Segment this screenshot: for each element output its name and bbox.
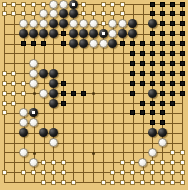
black-territory-marker	[150, 101, 155, 106]
black-territory-marker	[150, 2, 155, 7]
black-territory-marker	[71, 91, 76, 96]
black-territory-marker	[130, 71, 135, 76]
black-territory-marker	[170, 81, 175, 86]
black-territory-marker	[170, 101, 175, 106]
white-territory-marker	[130, 160, 135, 165]
go-board[interactable]	[0, 0, 188, 190]
white-stone	[89, 39, 98, 48]
black-territory-marker	[180, 2, 185, 7]
black-territory-marker	[150, 31, 155, 36]
white-territory-marker	[180, 170, 185, 175]
black-territory-marker	[140, 41, 145, 46]
black-territory-marker	[160, 120, 165, 125]
go-app-window	[0, 0, 188, 190]
white-territory-marker	[170, 150, 175, 155]
white-territory-marker	[150, 160, 155, 165]
white-stone	[99, 39, 108, 48]
black-territory-marker	[41, 41, 46, 46]
black-territory-marker	[160, 81, 165, 86]
black-stone	[49, 69, 58, 78]
black-territory-marker	[160, 110, 165, 115]
black-territory-marker	[170, 51, 175, 56]
white-territory-marker	[160, 170, 165, 175]
black-territory-marker	[180, 11, 185, 16]
black-territory-marker	[160, 41, 165, 46]
black-territory-marker	[130, 51, 135, 56]
black-territory-marker	[140, 61, 145, 66]
black-territory-marker	[150, 110, 155, 115]
black-territory-marker	[150, 41, 155, 46]
black-stone	[39, 69, 48, 78]
black-territory-marker	[170, 11, 175, 16]
white-stone	[59, 0, 68, 9]
black-territory-marker	[61, 91, 66, 96]
white-stone	[89, 19, 98, 28]
white-territory-marker	[21, 81, 26, 86]
black-stone	[89, 29, 98, 38]
white-territory-marker	[2, 71, 7, 76]
white-stone	[29, 69, 38, 78]
white-territory-marker	[120, 11, 125, 16]
dead-black-stone	[69, 0, 78, 9]
white-territory-marker	[71, 180, 76, 185]
black-territory-marker	[130, 110, 135, 115]
white-territory-marker	[120, 170, 125, 175]
white-territory-marker	[41, 2, 46, 7]
white-territory-marker	[110, 2, 115, 7]
white-territory-marker	[2, 81, 7, 86]
white-stone	[29, 79, 38, 88]
white-territory-marker	[21, 91, 26, 96]
black-territory-marker	[160, 11, 165, 16]
white-territory-marker	[120, 160, 125, 165]
black-territory-marker	[160, 21, 165, 26]
white-territory-marker	[101, 180, 106, 185]
black-territory-marker	[140, 51, 145, 56]
white-territory-marker	[180, 150, 185, 155]
white-territory-marker	[31, 170, 36, 175]
white-territory-marker	[61, 160, 66, 165]
black-territory-marker	[180, 81, 185, 86]
white-territory-marker	[180, 160, 185, 165]
white-territory-marker	[21, 11, 26, 16]
white-territory-marker	[31, 2, 36, 7]
white-territory-marker	[2, 101, 7, 106]
white-territory-marker	[170, 170, 175, 175]
black-territory-marker	[61, 101, 66, 106]
black-territory-marker	[160, 51, 165, 56]
black-stone	[148, 89, 157, 98]
white-territory-marker	[11, 101, 16, 106]
white-territory-marker	[110, 180, 115, 185]
white-territory-marker	[170, 180, 175, 185]
black-territory-marker	[150, 11, 155, 16]
white-territory-marker	[51, 180, 56, 185]
white-territory-marker	[2, 2, 7, 7]
black-territory-marker	[160, 91, 165, 96]
white-territory-marker	[41, 170, 46, 175]
white-territory-marker	[21, 170, 26, 175]
white-territory-marker	[2, 110, 7, 115]
black-territory-marker	[81, 91, 86, 96]
white-territory-marker	[120, 2, 125, 7]
black-territory-marker	[61, 41, 66, 46]
dead-stone-mark	[32, 111, 35, 114]
black-territory-marker	[180, 21, 185, 26]
white-territory-marker	[21, 2, 26, 7]
white-territory-marker	[110, 11, 115, 16]
black-stone	[69, 29, 78, 38]
black-territory-marker	[170, 71, 175, 76]
black-territory-marker	[180, 41, 185, 46]
black-territory-marker	[180, 51, 185, 56]
black-territory-marker	[120, 41, 125, 46]
white-territory-marker	[150, 180, 155, 185]
white-territory-marker	[160, 180, 165, 185]
dead-stone-mark	[102, 32, 105, 35]
white-territory-marker	[51, 170, 56, 175]
black-territory-marker	[170, 41, 175, 46]
white-territory-marker	[140, 170, 145, 175]
white-territory-marker	[110, 170, 115, 175]
white-territory-marker	[11, 81, 16, 86]
black-territory-marker	[180, 31, 185, 36]
black-stone	[49, 79, 58, 88]
black-stone	[79, 29, 88, 38]
black-territory-marker	[130, 61, 135, 66]
star-point	[92, 152, 95, 155]
white-territory-marker	[91, 11, 96, 16]
white-territory-marker	[81, 11, 86, 16]
white-stone	[49, 0, 58, 9]
black-territory-marker	[150, 120, 155, 125]
black-territory-marker	[130, 41, 135, 46]
black-territory-marker	[21, 41, 26, 46]
black-territory-marker	[170, 61, 175, 66]
black-stone	[79, 39, 88, 48]
black-territory-marker	[170, 31, 175, 36]
star-point	[33, 152, 36, 155]
black-territory-marker	[160, 101, 165, 106]
black-territory-marker	[180, 91, 185, 96]
white-territory-marker	[101, 21, 106, 26]
white-territory-marker	[11, 71, 16, 76]
white-territory-marker	[2, 170, 7, 175]
white-territory-marker	[41, 160, 46, 165]
white-territory-marker	[11, 11, 16, 16]
star-point	[33, 92, 36, 95]
black-territory-marker	[170, 2, 175, 7]
white-territory-marker	[101, 2, 106, 7]
black-territory-marker	[160, 31, 165, 36]
white-stone	[158, 138, 167, 147]
white-territory-marker	[130, 170, 135, 175]
black-territory-marker	[170, 91, 175, 96]
dead-black-stone	[99, 29, 108, 38]
white-territory-marker	[120, 180, 125, 185]
black-territory-marker	[180, 71, 185, 76]
black-territory-marker	[150, 71, 155, 76]
white-stone	[138, 158, 147, 167]
white-territory-marker	[31, 11, 36, 16]
black-territory-marker	[160, 2, 165, 7]
black-territory-marker	[150, 81, 155, 86]
white-territory-marker	[51, 160, 56, 165]
black-territory-marker	[140, 71, 145, 76]
black-territory-marker	[61, 81, 66, 86]
white-stone	[79, 19, 88, 28]
black-territory-marker	[150, 51, 155, 56]
white-territory-marker	[150, 170, 155, 175]
black-territory-marker	[170, 21, 175, 26]
black-territory-marker	[150, 61, 155, 66]
black-territory-marker	[140, 81, 145, 86]
white-territory-marker	[2, 91, 7, 96]
white-territory-marker	[81, 2, 86, 7]
black-territory-marker	[130, 91, 135, 96]
white-territory-marker	[170, 160, 175, 165]
white-territory-marker	[61, 180, 66, 185]
white-territory-marker	[130, 180, 135, 185]
white-territory-marker	[101, 11, 106, 16]
black-territory-marker	[180, 61, 185, 66]
white-territory-marker	[41, 180, 46, 185]
black-territory-marker	[130, 81, 135, 86]
white-territory-marker	[2, 11, 7, 16]
black-stone	[69, 39, 78, 48]
white-territory-marker	[11, 91, 16, 96]
white-territory-marker	[160, 160, 165, 165]
white-stone	[148, 148, 157, 157]
white-territory-marker	[180, 180, 185, 185]
black-stone	[49, 99, 58, 108]
black-stone	[49, 89, 58, 98]
black-territory-marker	[160, 61, 165, 66]
white-territory-marker	[61, 170, 66, 175]
white-stone	[39, 89, 48, 98]
black-territory-marker	[31, 41, 36, 46]
black-territory-marker	[160, 71, 165, 76]
white-territory-marker	[140, 180, 145, 185]
black-territory-marker	[140, 101, 145, 106]
black-territory-marker	[61, 31, 66, 36]
dead-stone-mark	[72, 3, 75, 6]
black-territory-marker	[140, 110, 145, 115]
white-territory-marker	[11, 2, 16, 7]
